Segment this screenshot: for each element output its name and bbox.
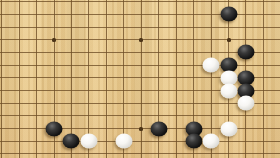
stone-white-c14-r11[interactable] xyxy=(220,121,237,136)
stone-black-c4-r11[interactable] xyxy=(46,121,63,136)
grid-line-vertical-11 xyxy=(176,0,177,158)
grid-line-horizontal-13 xyxy=(0,153,280,154)
stone-white-c14-r8[interactable] xyxy=(220,83,237,98)
grid-line-horizontal-12 xyxy=(0,141,280,142)
stone-black-c15-r5[interactable] xyxy=(237,45,254,60)
stone-white-c13-r12[interactable] xyxy=(203,134,220,149)
star-point-c9-r4 xyxy=(139,38,143,42)
stone-white-c13-r6[interactable] xyxy=(203,58,220,73)
stone-white-c15-r9[interactable] xyxy=(237,96,254,111)
grid-line-horizontal-2 xyxy=(0,14,280,15)
grid-line-horizontal-6 xyxy=(0,65,280,66)
stone-black-c14-r2[interactable] xyxy=(220,7,237,22)
star-point-c9-r11 xyxy=(139,127,143,131)
grid-line-horizontal-10 xyxy=(0,115,280,116)
stone-white-c8-r12[interactable] xyxy=(115,134,132,149)
star-point-c14-r4 xyxy=(227,38,231,42)
stone-black-c10-r11[interactable] xyxy=(150,121,167,136)
grid-line-vertical-2 xyxy=(19,0,20,158)
grid-line-horizontal-1 xyxy=(0,1,280,2)
grid-line-vertical-3 xyxy=(36,0,37,158)
stone-white-c6-r12[interactable] xyxy=(80,134,97,149)
grid-line-vertical-9 xyxy=(141,0,142,158)
stone-black-c12-r12[interactable] xyxy=(185,134,202,149)
go-board[interactable] xyxy=(0,0,280,158)
grid-line-horizontal-3 xyxy=(0,27,280,28)
grid-line-vertical-1 xyxy=(1,0,2,158)
grid-line-vertical-16 xyxy=(263,0,264,158)
star-point-c4-r4 xyxy=(52,38,56,42)
stone-black-c5-r12[interactable] xyxy=(63,134,80,149)
grid-line-vertical-7 xyxy=(106,0,107,158)
